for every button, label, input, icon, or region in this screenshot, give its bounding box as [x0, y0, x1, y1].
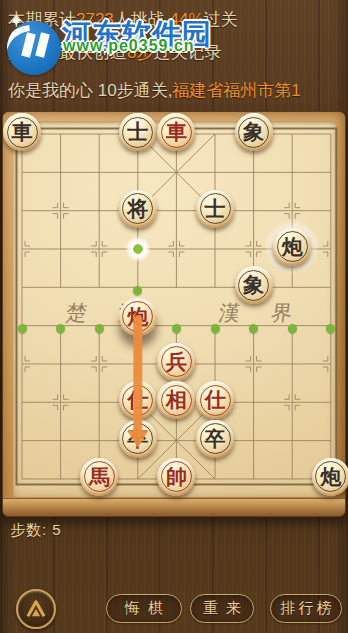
- piece-black-cannon[interactable]: 炮: [273, 228, 311, 266]
- piece-black-cannon-2[interactable]: 炮: [312, 458, 348, 496]
- piece-red-cannon[interactable]: 炮: [119, 298, 157, 336]
- app-screen: 本期累计2723人挑战,44%过关 赵根平最快创造8步过关记录 你是我的心 10…: [0, 0, 348, 633]
- star-icon: ✦: [10, 12, 23, 30]
- restart-button[interactable]: 重来: [190, 594, 254, 623]
- piece-red-horse[interactable]: 馬: [80, 458, 118, 496]
- piece-black-elephant-2[interactable]: 象: [235, 266, 273, 304]
- chevron-up-icon: [18, 591, 54, 627]
- move-hint-dot[interactable]: [95, 324, 104, 333]
- piece-black-elephant[interactable]: 象: [235, 113, 273, 151]
- board-front-edge: [3, 498, 345, 516]
- piece-red-advisor-2[interactable]: 仕: [196, 381, 234, 419]
- piece-black-general[interactable]: 将: [119, 190, 157, 228]
- watermark-site-url: www.pe0359.cn: [63, 37, 195, 55]
- piece-red-advisor[interactable]: 仕: [119, 381, 157, 419]
- move-hint-dot[interactable]: [18, 324, 27, 333]
- move-hint-dot[interactable]: [288, 324, 297, 333]
- piece-red-elephant[interactable]: 相: [157, 381, 195, 419]
- expand-button[interactable]: [16, 589, 56, 629]
- leaderboard-button[interactable]: 排行榜: [270, 594, 342, 623]
- piece-red-soldier[interactable]: 兵: [157, 343, 195, 381]
- piece-black-soldier[interactable]: 卒: [119, 420, 157, 458]
- piece-red-chariot[interactable]: 車: [157, 113, 195, 151]
- move-hint-dot[interactable]: [172, 324, 181, 333]
- xiangqi-board[interactable]: 楚 河 漢 界 車士車象将士炮象炮兵仕相仕卒卒馬帥炮: [2, 111, 346, 517]
- step-count-value: 5: [52, 521, 61, 538]
- piece-red-general[interactable]: 帥: [157, 458, 195, 496]
- piece-black-chariot[interactable]: 車: [3, 113, 41, 151]
- player-region: 福建省福州市第1: [172, 81, 300, 100]
- move-hint-dot[interactable]: [211, 324, 220, 333]
- step-counter: 步数:5: [10, 521, 62, 540]
- undo-button[interactable]: 悔棋: [106, 594, 182, 623]
- piece-black-advisor-2[interactable]: 士: [196, 190, 234, 228]
- piece-black-soldier-2[interactable]: 卒: [196, 420, 234, 458]
- stats-player-line: 你是我的心 10步通关,福建省福州市第1: [8, 79, 301, 102]
- last-move-origin-dot[interactable]: [125, 236, 151, 262]
- piece-black-advisor[interactable]: 士: [119, 113, 157, 151]
